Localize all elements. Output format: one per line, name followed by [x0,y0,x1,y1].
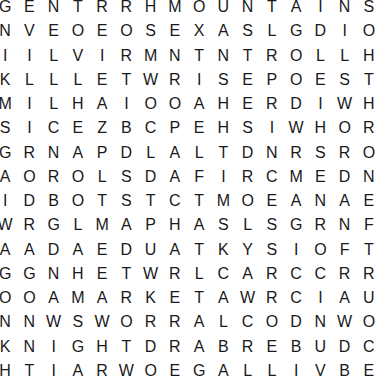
grid-cell[interactable]: C [260,165,284,189]
grid-cell[interactable]: O [114,19,138,43]
grid-cell[interactable]: A [163,141,187,165]
grid-cell[interactable]: S [236,116,260,140]
grid-cell[interactable]: R [114,44,138,68]
grid-cell[interactable]: G [284,19,308,43]
grid-cell[interactable]: N [308,310,332,334]
grid-cell[interactable]: E [42,19,66,43]
grid-cell[interactable]: A [284,189,308,213]
grid-cell[interactable]: L [66,213,90,237]
grid-cell[interactable]: R [284,141,308,165]
grid-cell[interactable]: R [333,141,357,165]
grid-cell[interactable]: E [260,335,284,359]
grid-cell[interactable]: S [211,68,235,92]
grid-cell[interactable]: I [17,44,41,68]
grid-cell[interactable]: K [0,68,17,92]
grid-cell[interactable]: S [211,213,235,237]
grid-cell[interactable]: K [139,286,163,310]
grid-cell[interactable]: I [17,92,41,116]
grid-cell[interactable]: R [357,116,381,140]
grid-cell[interactable]: W [114,359,138,383]
grid-cell[interactable]: E [357,189,381,213]
grid-cell[interactable]: B [284,335,308,359]
grid-cell[interactable]: O [260,310,284,334]
grid-cell[interactable]: E [163,286,187,310]
grid-cell[interactable]: L [260,19,284,43]
grid-cell[interactable]: O [0,286,17,310]
grid-cell[interactable]: S [308,141,332,165]
grid-cell[interactable]: R [163,68,187,92]
grid-cell[interactable]: B [333,359,357,383]
grid-cell[interactable]: T [187,44,211,68]
grid-cell[interactable]: S [114,165,138,189]
grid-cell[interactable]: N [0,19,17,43]
grid-cell[interactable]: O [284,68,308,92]
grid-cell[interactable]: N [0,310,17,334]
grid-cell[interactable]: R [163,335,187,359]
grid-cell[interactable]: W [0,213,17,237]
grid-cell[interactable]: T [357,238,381,262]
grid-cell[interactable]: H [211,92,235,116]
grid-cell[interactable]: W [139,68,163,92]
grid-cell[interactable]: E [308,68,332,92]
grid-cell[interactable]: P [260,68,284,92]
grid-cell[interactable]: N [211,44,235,68]
grid-cell[interactable]: E [17,0,41,19]
grid-cell[interactable]: I [0,44,17,68]
grid-cell[interactable]: O [308,238,332,262]
grid-cell[interactable]: T [187,189,211,213]
grid-cell[interactable]: O [139,359,163,383]
grid-cell[interactable]: D [333,165,357,189]
grid-cell[interactable]: I [308,286,332,310]
grid-cell[interactable]: N [260,141,284,165]
grid-cell[interactable]: N [17,310,41,334]
grid-cell[interactable]: A [236,262,260,286]
grid-cell[interactable]: A [163,165,187,189]
grid-cell[interactable]: A [0,165,17,189]
grid-cell[interactable]: I [211,165,235,189]
grid-cell[interactable]: T [66,0,90,19]
grid-cell[interactable]: E [236,68,260,92]
grid-cell[interactable]: C [308,262,332,286]
grid-cell[interactable]: C [284,286,308,310]
grid-cell[interactable]: N [42,262,66,286]
grid-cell[interactable]: L [42,68,66,92]
grid-cell[interactable]: A [333,286,357,310]
grid-cell[interactable]: U [308,335,332,359]
grid-cell[interactable]: W [42,310,66,334]
grid-cell[interactable]: H [0,359,17,383]
grid-cell[interactable]: H [90,335,114,359]
grid-cell[interactable]: L [66,68,90,92]
grid-cell[interactable]: D [284,92,308,116]
grid-cell[interactable]: F [333,238,357,262]
grid-cell[interactable]: T [211,141,235,165]
grid-cell[interactable]: O [66,165,90,189]
grid-cell[interactable]: M [90,213,114,237]
grid-cell[interactable]: H [211,116,235,140]
grid-cell[interactable]: T [17,359,41,383]
grid-cell[interactable]: C [211,262,235,286]
grid-cell[interactable]: B [42,189,66,213]
grid-cell[interactable]: R [260,286,284,310]
grid-cell[interactable]: R [260,262,284,286]
grid-cell[interactable]: I [17,116,41,140]
grid-cell[interactable]: W [90,310,114,334]
grid-cell[interactable]: T [236,44,260,68]
grid-cell[interactable]: R [260,92,284,116]
grid-cell[interactable]: R [308,213,332,237]
grid-cell[interactable]: A [17,238,41,262]
grid-cell[interactable]: U [211,0,235,19]
grid-cell[interactable]: V [66,44,90,68]
grid-cell[interactable]: S [260,238,284,262]
grid-cell[interactable]: H [357,92,381,116]
grid-cell[interactable]: A [163,238,187,262]
grid-cell[interactable]: B [211,335,235,359]
grid-cell[interactable]: E [357,359,381,383]
grid-cell[interactable]: I [42,359,66,383]
grid-cell[interactable]: O [66,189,90,213]
grid-cell[interactable]: A [187,310,211,334]
grid-cell[interactable]: T [114,68,138,92]
grid-cell[interactable]: F [187,165,211,189]
grid-cell[interactable]: T [260,0,284,19]
grid-cell[interactable]: O [357,19,381,43]
grid-cell[interactable]: N [163,44,187,68]
grid-cell[interactable]: T [139,189,163,213]
grid-cell[interactable]: V [17,19,41,43]
grid-cell[interactable]: I [284,238,308,262]
grid-cell[interactable]: A [284,0,308,19]
grid-cell[interactable]: T [114,262,138,286]
grid-cell[interactable]: A [66,141,90,165]
grid-cell[interactable]: G [66,335,90,359]
grid-cell[interactable]: E [90,68,114,92]
grid-cell[interactable]: D [139,165,163,189]
grid-cell[interactable]: A [187,213,211,237]
grid-cell[interactable]: N [357,165,381,189]
grid-cell[interactable]: L [211,310,235,334]
grid-cell[interactable]: O [114,310,138,334]
grid-cell[interactable]: P [139,213,163,237]
word-search-grid: GENTRRHMOUNTAINSNVEOEOSEXASLGDIOIILVIRMN… [0,0,381,383]
grid-cell[interactable]: R [236,335,260,359]
grid-cell[interactable]: G [17,262,41,286]
grid-cell[interactable]: I [90,44,114,68]
grid-cell[interactable]: N [308,189,332,213]
grid-cell[interactable]: R [42,165,66,189]
grid-cell[interactable]: R [163,310,187,334]
grid-cell[interactable]: R [260,44,284,68]
grid-cell[interactable]: W [333,92,357,116]
grid-cell[interactable]: N [17,335,41,359]
grid-cell[interactable]: A [211,286,235,310]
grid-cell[interactable]: S [236,19,260,43]
grid-cell[interactable]: C [357,335,381,359]
grid-cell[interactable]: G [284,213,308,237]
grid-cell[interactable]: E [187,116,211,140]
grid-cell[interactable]: I [308,92,332,116]
grid-cell[interactable]: R [114,0,138,19]
grid-cell[interactable]: M [163,0,187,19]
grid-cell[interactable]: S [114,189,138,213]
grid-cell[interactable]: N [42,141,66,165]
grid-cell[interactable]: L [139,141,163,165]
grid-cell[interactable]: E [90,262,114,286]
grid-cell[interactable]: G [187,359,211,383]
grid-cell[interactable]: C [163,189,187,213]
grid-cell[interactable]: O [333,116,357,140]
grid-cell[interactable]: Y [236,238,260,262]
grid-cell[interactable]: H [308,116,332,140]
grid-cell[interactable]: C [236,310,260,334]
grid-cell[interactable]: E [163,19,187,43]
grid-cell[interactable]: K [211,238,235,262]
grid-cell[interactable]: L [333,44,357,68]
grid-cell[interactable]: R [17,141,41,165]
grid-cell[interactable]: I [0,189,17,213]
grid-cell[interactable]: A [211,19,235,43]
grid-cell[interactable]: D [114,238,138,262]
grid-cell[interactable]: M [66,286,90,310]
grid-cell[interactable]: N [236,0,260,19]
grid-cell[interactable]: A [333,189,357,213]
grid-cell[interactable]: S [333,68,357,92]
grid-cell[interactable]: E [163,359,187,383]
grid-cell[interactable]: R [163,262,187,286]
grid-cell[interactable]: A [66,359,90,383]
grid-cell[interactable]: O [357,310,381,334]
grid-cell[interactable]: M [139,44,163,68]
grid-cell[interactable]: C [42,116,66,140]
grid-cell[interactable]: O [187,0,211,19]
grid-cell[interactable]: K [0,335,17,359]
grid-cell[interactable]: X [187,19,211,43]
grid-cell[interactable]: R [139,310,163,334]
grid-cell[interactable]: R [90,0,114,19]
grid-cell[interactable]: A [187,335,211,359]
grid-cell[interactable]: T [187,238,211,262]
grid-cell[interactable]: L [236,359,260,383]
grid-cell[interactable]: R [333,262,357,286]
grid-cell[interactable]: I [114,92,138,116]
grid-cell[interactable]: R [236,165,260,189]
grid-cell[interactable]: H [139,0,163,19]
grid-cell[interactable]: A [114,213,138,237]
grid-cell[interactable]: A [90,92,114,116]
grid-cell[interactable]: D [236,141,260,165]
grid-cell[interactable]: O [66,19,90,43]
grid-cell[interactable]: L [42,44,66,68]
grid-cell[interactable]: S [66,310,90,334]
grid-cell[interactable]: P [163,116,187,140]
grid-cell[interactable]: W [333,310,357,334]
grid-cell[interactable]: L [187,262,211,286]
grid-cell[interactable]: I [333,19,357,43]
grid-cell[interactable]: G [42,213,66,237]
grid-cell[interactable]: H [66,92,90,116]
grid-cell[interactable]: D [333,335,357,359]
grid-cell[interactable]: E [260,189,284,213]
grid-cell[interactable]: A [42,286,66,310]
grid-cell[interactable]: R [90,359,114,383]
grid-cell[interactable]: A [187,92,211,116]
grid-cell[interactable]: E [90,19,114,43]
grid-cell[interactable]: D [139,335,163,359]
grid-cell[interactable]: A [211,359,235,383]
grid-cell[interactable]: T [357,68,381,92]
grid-cell[interactable]: S [260,213,284,237]
grid-cell[interactable]: I [42,335,66,359]
grid-cell[interactable]: L [260,359,284,383]
grid-cell[interactable]: W [284,116,308,140]
grid-cell[interactable]: E [90,238,114,262]
grid-cell[interactable]: I [284,359,308,383]
grid-cell[interactable]: S [0,116,17,140]
grid-cell[interactable]: L [42,92,66,116]
grid-cell[interactable]: L [17,68,41,92]
grid-cell[interactable]: D [308,19,332,43]
grid-cell[interactable]: M [284,165,308,189]
grid-cell[interactable]: E [66,116,90,140]
grid-cell[interactable]: O [357,141,381,165]
grid-cell[interactable]: D [284,310,308,334]
grid-cell[interactable]: P [90,141,114,165]
grid-cell[interactable]: L [236,213,260,237]
grid-cell[interactable]: O [17,165,41,189]
grid-cell[interactable]: O [163,92,187,116]
grid-cell[interactable]: A [0,238,17,262]
grid-cell[interactable]: T [187,286,211,310]
grid-cell[interactable]: D [114,141,138,165]
grid-cell[interactable]: W [236,286,260,310]
grid-cell[interactable]: T [90,189,114,213]
grid-cell[interactable]: F [357,213,381,237]
grid-cell[interactable]: M [0,92,17,116]
grid-cell[interactable]: T [114,335,138,359]
grid-cell[interactable]: A [90,286,114,310]
grid-cell[interactable]: H [163,213,187,237]
grid-cell[interactable]: L [187,141,211,165]
grid-cell[interactable]: S [357,0,381,19]
grid-cell[interactable]: O [139,92,163,116]
grid-cell[interactable]: S [139,19,163,43]
grid-cell[interactable]: D [17,189,41,213]
grid-cell[interactable]: O [17,286,41,310]
grid-cell[interactable]: G [0,262,17,286]
grid-cell[interactable]: N [333,213,357,237]
grid-cell[interactable]: D [42,238,66,262]
grid-cell[interactable]: W [139,262,163,286]
grid-cell[interactable]: U [139,238,163,262]
grid-cell[interactable]: O [236,189,260,213]
grid-cell[interactable]: L [90,165,114,189]
grid-cell[interactable]: H [66,262,90,286]
grid-cell[interactable]: N [333,0,357,19]
grid-cell[interactable]: R [17,213,41,237]
grid-cell[interactable]: I [260,116,284,140]
grid-cell[interactable]: R [357,262,381,286]
grid-cell[interactable]: E [236,92,260,116]
grid-cell[interactable]: G [0,0,17,19]
grid-cell[interactable]: A [66,238,90,262]
grid-cell[interactable]: B [114,116,138,140]
grid-cell[interactable]: C [139,116,163,140]
grid-cell[interactable]: I [308,0,332,19]
grid-cell[interactable]: H [357,44,381,68]
grid-cell[interactable]: E [308,165,332,189]
grid-cell[interactable]: V [308,359,332,383]
grid-cell[interactable]: G [0,141,17,165]
grid-cell[interactable]: R [114,286,138,310]
grid-cell[interactable]: I [187,68,211,92]
grid-cell[interactable]: U [357,286,381,310]
grid-cell[interactable]: O [284,44,308,68]
grid-cell[interactable]: L [308,44,332,68]
grid-cell[interactable]: Z [90,116,114,140]
grid-cell[interactable]: N [42,0,66,19]
grid-cell[interactable]: C [284,262,308,286]
grid-cell[interactable]: M [211,189,235,213]
